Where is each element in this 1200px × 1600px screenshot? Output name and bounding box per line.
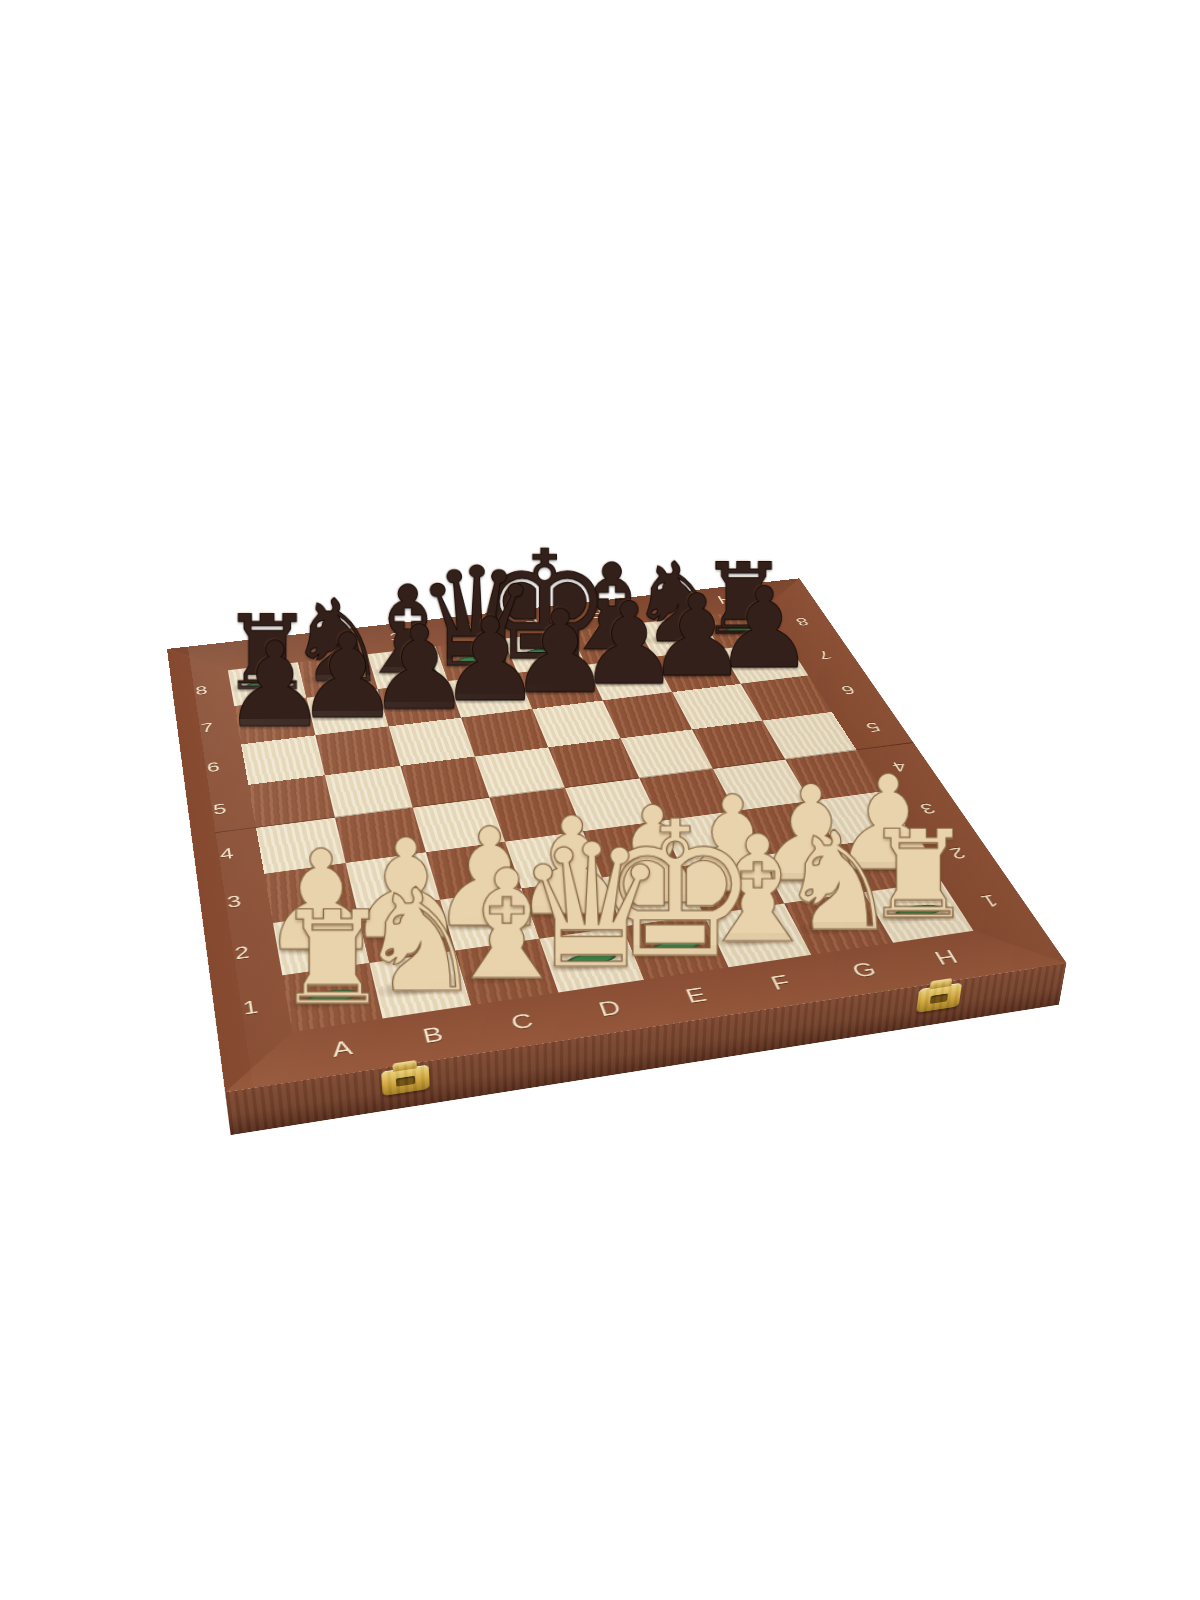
photo-stage: ♜♞♝♛♚♝♞♜♟♟♟♟♟♟♟♟♟♟♟♟♟♟♟♟♜♞♝♛♚♝♞♜ ABCDEFG… [0, 0, 1200, 1600]
chess-case: ♜♞♝♛♚♝♞♜♟♟♟♟♟♟♟♟♟♟♟♟♟♟♟♟♜♞♝♛♚♝♞♜ ABCDEFG… [167, 578, 1066, 1092]
clasp-slot-icon [396, 1076, 415, 1087]
brass-clasp-right-icon [916, 983, 962, 1013]
clasp-slot-icon [929, 994, 947, 1005]
brass-clasp-left-icon [381, 1065, 430, 1097]
square-b6[interactable] [315, 726, 400, 775]
square-a6[interactable] [241, 735, 325, 785]
